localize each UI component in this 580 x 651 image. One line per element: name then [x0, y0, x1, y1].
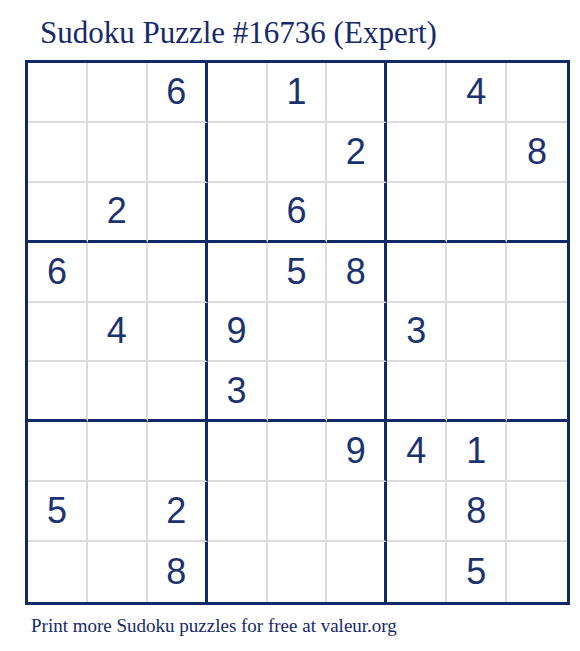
cell-r2c5[interactable] [268, 123, 328, 183]
cell-r1c4[interactable] [208, 63, 268, 123]
footer-text: Print more Sudoku puzzles for free at va… [31, 615, 397, 637]
cell-r2c1[interactable] [28, 123, 88, 183]
cell-r8c4[interactable] [208, 482, 268, 542]
cell-r3c9[interactable] [507, 183, 567, 243]
cell-r5c7: 3 [387, 303, 447, 363]
cell-r9c6[interactable] [327, 542, 387, 602]
cell-r7c3[interactable] [148, 422, 208, 482]
cell-r5c5[interactable] [268, 303, 328, 363]
sudoku-page: Sudoku Puzzle #16736 (Expert) 6142826658… [0, 0, 580, 651]
cell-r9c3: 8 [148, 542, 208, 602]
cell-r7c4[interactable] [208, 422, 268, 482]
cell-r3c4[interactable] [208, 183, 268, 243]
cell-r1c5: 1 [268, 63, 328, 123]
cell-r8c3: 2 [148, 482, 208, 542]
cell-r8c2[interactable] [88, 482, 148, 542]
cell-r8c5[interactable] [268, 482, 328, 542]
cell-r2c2[interactable] [88, 123, 148, 183]
cell-r7c1[interactable] [28, 422, 88, 482]
cell-r3c5: 6 [268, 183, 328, 243]
cell-r6c9[interactable] [507, 362, 567, 422]
cell-r4c9[interactable] [507, 243, 567, 303]
cell-r3c8[interactable] [447, 183, 507, 243]
cell-r4c2[interactable] [88, 243, 148, 303]
cell-r4c3[interactable] [148, 243, 208, 303]
cell-r5c1[interactable] [28, 303, 88, 363]
cell-r3c2: 2 [88, 183, 148, 243]
cell-r6c7[interactable] [387, 362, 447, 422]
cell-r6c1[interactable] [28, 362, 88, 422]
cell-r4c6: 8 [327, 243, 387, 303]
cell-r4c7[interactable] [387, 243, 447, 303]
cell-r5c9[interactable] [507, 303, 567, 363]
cell-r9c8: 5 [447, 542, 507, 602]
cell-r4c8[interactable] [447, 243, 507, 303]
cell-r7c6: 9 [327, 422, 387, 482]
cell-r6c5[interactable] [268, 362, 328, 422]
cell-r3c6[interactable] [327, 183, 387, 243]
cell-r9c4[interactable] [208, 542, 268, 602]
cell-r6c4: 3 [208, 362, 268, 422]
cell-r1c9[interactable] [507, 63, 567, 123]
cell-r9c7[interactable] [387, 542, 447, 602]
cell-r4c1: 6 [28, 243, 88, 303]
cell-r1c2[interactable] [88, 63, 148, 123]
cell-r9c5[interactable] [268, 542, 328, 602]
cell-r7c5[interactable] [268, 422, 328, 482]
cell-r9c1[interactable] [28, 542, 88, 602]
cell-r8c9[interactable] [507, 482, 567, 542]
cell-r7c8: 1 [447, 422, 507, 482]
cell-r2c3[interactable] [148, 123, 208, 183]
cell-r4c4[interactable] [208, 243, 268, 303]
cell-r2c4[interactable] [208, 123, 268, 183]
cell-r5c4: 9 [208, 303, 268, 363]
cell-r7c7: 4 [387, 422, 447, 482]
cell-r8c1: 5 [28, 482, 88, 542]
cell-r4c5: 5 [268, 243, 328, 303]
cell-r7c9[interactable] [507, 422, 567, 482]
cell-r3c1[interactable] [28, 183, 88, 243]
cell-r2c9: 8 [507, 123, 567, 183]
cell-r9c2[interactable] [88, 542, 148, 602]
cell-r5c6[interactable] [327, 303, 387, 363]
cell-r6c6[interactable] [327, 362, 387, 422]
cell-r2c7[interactable] [387, 123, 447, 183]
cell-r5c8[interactable] [447, 303, 507, 363]
sudoku-board: 6142826658493394152885 [25, 60, 570, 605]
cell-r8c7[interactable] [387, 482, 447, 542]
cell-r5c3[interactable] [148, 303, 208, 363]
cell-r8c8: 8 [447, 482, 507, 542]
cell-r2c6: 2 [327, 123, 387, 183]
cell-r8c6[interactable] [327, 482, 387, 542]
cell-r1c3: 6 [148, 63, 208, 123]
cell-r1c1[interactable] [28, 63, 88, 123]
cell-r1c7[interactable] [387, 63, 447, 123]
cell-r6c8[interactable] [447, 362, 507, 422]
page-title: Sudoku Puzzle #16736 (Expert) [40, 16, 437, 50]
cell-r3c7[interactable] [387, 183, 447, 243]
cell-r6c3[interactable] [148, 362, 208, 422]
cell-r6c2[interactable] [88, 362, 148, 422]
cell-r9c9[interactable] [507, 542, 567, 602]
cell-r1c8: 4 [447, 63, 507, 123]
cell-r3c3[interactable] [148, 183, 208, 243]
cell-r5c2: 4 [88, 303, 148, 363]
cell-r2c8[interactable] [447, 123, 507, 183]
cell-r1c6[interactable] [327, 63, 387, 123]
cell-r7c2[interactable] [88, 422, 148, 482]
